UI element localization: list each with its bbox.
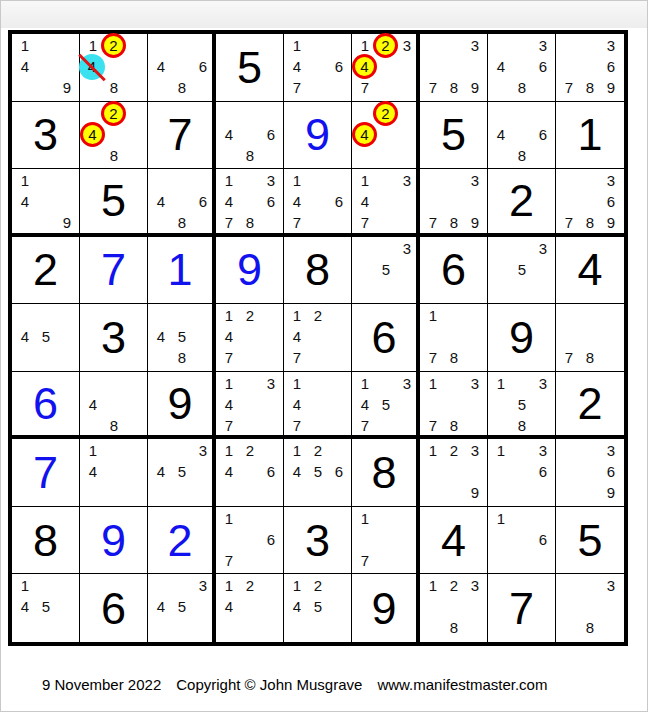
- pencil-mark: 8: [580, 213, 600, 233]
- given-digit: 2: [12, 237, 79, 304]
- pencil-mark: 5: [172, 597, 192, 617]
- pencil-mark: 1: [287, 171, 307, 191]
- pencil-mark: 4: [287, 57, 307, 77]
- cell-r5c9[interactable]: 78: [556, 304, 624, 372]
- cell-r2c6[interactable]: 24: [352, 102, 420, 170]
- entered-digit: 9: [80, 507, 147, 574]
- pencil-mark: 1: [83, 441, 103, 461]
- given-digit: 3: [80, 304, 147, 371]
- cell-r5c8[interactable]: 9: [488, 304, 556, 372]
- cell-r5c7[interactable]: 178: [420, 304, 488, 372]
- pencil-mark: 7: [423, 348, 443, 368]
- pencil-mark-highlighted: 2: [101, 101, 126, 126]
- given-digit: 1: [556, 102, 624, 169]
- pencil-mark: 5: [308, 597, 328, 617]
- pencil-mark: 9: [465, 213, 485, 233]
- pencil-mark: 5: [512, 260, 532, 280]
- pencil-mark: 6: [261, 192, 281, 212]
- pencil-mark: 9: [601, 213, 621, 233]
- pencil-mark: 9: [57, 213, 77, 233]
- pencil-mark: 6: [193, 192, 213, 212]
- cell-r4c1[interactable]: 2: [12, 237, 80, 305]
- given-digit: 9: [488, 304, 555, 371]
- cell-r4c8[interactable]: 35: [488, 237, 556, 305]
- pencil-mark: 4: [15, 597, 35, 617]
- pencil-mark: 6: [533, 462, 553, 482]
- cell-r5c3[interactable]: 458: [148, 304, 216, 372]
- pencil-mark: 1: [355, 374, 375, 394]
- pencil-mark: 1: [355, 36, 375, 56]
- pencil-mark: 1: [83, 36, 103, 56]
- pencil-mark: 4: [219, 462, 239, 482]
- given-digit: 3: [284, 507, 351, 574]
- pencil-mark: 7: [355, 213, 375, 233]
- pencil-mark: 7: [559, 78, 579, 98]
- footer-date: 9 November 2022: [42, 676, 161, 693]
- title-bar: [1, 1, 647, 28]
- given-digit: 6: [80, 574, 147, 642]
- cell-r9c9[interactable]: 38: [556, 574, 624, 642]
- pencil-mark: 4: [83, 395, 103, 415]
- pencil-mark: 3: [465, 171, 485, 191]
- cell-r4c3[interactable]: 1: [148, 237, 216, 305]
- footer-website: www.manifestmaster.com: [377, 676, 547, 693]
- pencil-mark: 8: [444, 78, 464, 98]
- pencil-mark: 9: [57, 78, 77, 98]
- pencil-mark: 8: [172, 213, 192, 233]
- pencil-mark: 8: [104, 416, 124, 436]
- pencil-mark: 8: [580, 618, 600, 638]
- cell-r6c6[interactable]: 13457: [352, 372, 420, 440]
- cell-r9c1[interactable]: 145: [12, 574, 80, 642]
- cell-r9c4[interactable]: 124: [216, 574, 284, 642]
- cell-r3c4[interactable]: 134678: [216, 169, 284, 237]
- pencil-mark: 7: [355, 78, 375, 98]
- given-digit: 4: [556, 237, 624, 304]
- cell-r1c8[interactable]: 3468: [488, 34, 556, 102]
- pencil-mark-highlighted: 2: [373, 33, 398, 58]
- pencil-mark: 2: [240, 441, 260, 461]
- pencil-mark: 3: [601, 441, 621, 461]
- pencil-mark: 8: [104, 146, 124, 166]
- pencil-mark: 1: [219, 509, 239, 529]
- cell-r6c8[interactable]: 1358: [488, 372, 556, 440]
- cell-r7c2[interactable]: 14: [80, 439, 148, 507]
- pencil-mark: 3: [397, 36, 417, 56]
- cell-r7c7[interactable]: 1239: [420, 439, 488, 507]
- cell-r2c8[interactable]: 468: [488, 102, 556, 170]
- pencil-mark: 4: [151, 192, 171, 212]
- sudoku-board: 1491248468514671234737893468367893248746…: [8, 30, 628, 646]
- pencil-mark: 3: [533, 441, 553, 461]
- pencil-mark: 4: [287, 462, 307, 482]
- given-digit: 9: [352, 574, 416, 642]
- pencil-mark: 3: [533, 239, 553, 259]
- cell-r8c5[interactable]: 3: [284, 507, 352, 575]
- given-digit: 5: [216, 34, 283, 101]
- pencil-mark: 4: [355, 192, 375, 212]
- pencil-mark: 6: [601, 462, 621, 482]
- pencil-mark: 7: [423, 78, 443, 98]
- cell-r8c8[interactable]: 16: [488, 507, 556, 575]
- cell-r1c9[interactable]: 36789: [556, 34, 624, 102]
- pencil-mark: 3: [397, 239, 417, 259]
- pencil-mark: 1: [287, 374, 307, 394]
- pencil-mark: 1: [423, 441, 443, 461]
- cell-r3c3[interactable]: 468: [148, 169, 216, 237]
- given-digit: 8: [284, 237, 351, 304]
- given-digit: 5: [556, 507, 624, 574]
- pencil-mark: 5: [172, 327, 192, 347]
- pencil-mark-eliminated: 4: [79, 54, 105, 80]
- cell-r5c1[interactable]: 45: [12, 304, 80, 372]
- pencil-mark: 4: [219, 192, 239, 212]
- pencil-mark: 7: [423, 416, 443, 436]
- cell-r7c8[interactable]: 136: [488, 439, 556, 507]
- entered-digit: 2: [148, 507, 212, 574]
- pencil-mark: 7: [287, 348, 307, 368]
- cell-r7c3[interactable]: 345: [148, 439, 216, 507]
- entered-digit: 6: [12, 372, 79, 436]
- pencil-mark: 6: [193, 57, 213, 77]
- cell-r2c1[interactable]: 3: [12, 102, 80, 170]
- cell-r8c3[interactable]: 2: [148, 507, 216, 575]
- pencil-mark: 2: [308, 441, 328, 461]
- entered-digit: 7: [80, 237, 147, 304]
- pencil-mark: 4: [219, 395, 239, 415]
- pencil-mark: 4: [491, 125, 511, 145]
- pencil-mark: 3: [601, 36, 621, 56]
- pencil-mark: 6: [261, 462, 281, 482]
- pencil-mark: 6: [329, 462, 349, 482]
- cell-r2c9[interactable]: 1: [556, 102, 624, 170]
- pencil-mark: 1: [287, 441, 307, 461]
- pencil-mark: 1: [287, 576, 307, 596]
- pencil-mark: 8: [240, 213, 260, 233]
- pencil-mark: 4: [15, 327, 35, 347]
- pencil-mark: 6: [261, 125, 281, 145]
- pencil-mark: 3: [261, 374, 281, 394]
- cell-r4c7[interactable]: 6: [420, 237, 488, 305]
- pencil-mark: 3: [533, 36, 553, 56]
- pencil-mark: 5: [376, 395, 396, 415]
- given-digit: 4: [420, 507, 487, 574]
- pencil-mark: 2: [308, 576, 328, 596]
- cell-r7c6[interactable]: 8: [352, 439, 420, 507]
- cell-r3c9[interactable]: 36789: [556, 169, 624, 237]
- cell-r9c6[interactable]: 9: [352, 574, 420, 642]
- footer: 9 November 2022 Copyright © John Musgrav…: [42, 676, 547, 693]
- pencil-mark: 1: [287, 36, 307, 56]
- pencil-mark: 1: [355, 171, 375, 191]
- given-digit: 9: [148, 372, 212, 436]
- cell-r1c2[interactable]: 1248: [80, 34, 148, 102]
- cell-r9c2[interactable]: 6: [80, 574, 148, 642]
- cell-r9c8[interactable]: 7: [488, 574, 556, 642]
- cell-r5c2[interactable]: 3: [80, 304, 148, 372]
- cell-r1c5[interactable]: 1467: [284, 34, 352, 102]
- pencil-mark: 8: [172, 348, 192, 368]
- pencil-mark: 7: [559, 348, 579, 368]
- pencil-mark: 6: [329, 57, 349, 77]
- pencil-mark: 9: [601, 483, 621, 503]
- cell-r4c2[interactable]: 7: [80, 237, 148, 305]
- pencil-mark: 1: [15, 171, 35, 191]
- cell-r5c4[interactable]: 1247: [216, 304, 284, 372]
- pencil-mark: 4: [287, 395, 307, 415]
- pencil-mark: 6: [533, 530, 553, 550]
- given-digit: 5: [420, 102, 487, 169]
- cell-r3c2[interactable]: 5: [80, 169, 148, 237]
- pencil-mark: 8: [444, 213, 464, 233]
- pencil-mark: 7: [287, 416, 307, 436]
- entered-digit: 9: [216, 237, 283, 304]
- pencil-mark: 1: [219, 306, 239, 326]
- cell-r3c6[interactable]: 1347: [352, 169, 420, 237]
- pencil-mark: 1: [219, 171, 239, 191]
- cell-r8c9[interactable]: 5: [556, 507, 624, 575]
- given-digit: 8: [12, 507, 79, 574]
- cell-r4c5[interactable]: 8: [284, 237, 352, 305]
- pencil-mark: 1: [219, 374, 239, 394]
- pencil-mark: 8: [240, 146, 260, 166]
- pencil-mark: 9: [465, 483, 485, 503]
- pencil-mark: 8: [512, 146, 532, 166]
- pencil-mark: 4: [355, 395, 375, 415]
- pencil-mark: 4: [151, 327, 171, 347]
- pencil-mark: 3: [465, 441, 485, 461]
- cell-r8c4[interactable]: 167: [216, 507, 284, 575]
- given-digit: 6: [420, 237, 487, 304]
- pencil-mark: 3: [193, 441, 213, 461]
- given-digit: 2: [556, 372, 624, 436]
- given-digit: 3: [12, 102, 79, 169]
- page: 1491248468514671234737893468367893248746…: [0, 0, 650, 720]
- cell-r6c9[interactable]: 2: [556, 372, 624, 440]
- pencil-mark: 2: [240, 576, 260, 596]
- cell-r3c8[interactable]: 2: [488, 169, 556, 237]
- pencil-mark: 8: [444, 416, 464, 436]
- pencil-mark: 8: [512, 78, 532, 98]
- pencil-mark: 1: [15, 36, 35, 56]
- footer-copyright: Copyright © John Musgrave: [176, 676, 362, 693]
- cell-r2c2[interactable]: 248: [80, 102, 148, 170]
- cell-r9c5[interactable]: 1245: [284, 574, 352, 642]
- pencil-mark: 3: [465, 374, 485, 394]
- pencil-mark-highlighted: 4: [352, 122, 377, 147]
- pencil-mark: 5: [308, 462, 328, 482]
- pencil-mark: 2: [240, 306, 260, 326]
- cell-r7c5[interactable]: 12456: [284, 439, 352, 507]
- cell-r4c6[interactable]: 35: [352, 237, 420, 305]
- cell-r1c7[interactable]: 3789: [420, 34, 488, 102]
- pencil-mark: 6: [533, 57, 553, 77]
- pencil-mark: 1: [423, 374, 443, 394]
- cell-r2c5[interactable]: 9: [284, 102, 352, 170]
- pencil-mark: 4: [219, 125, 239, 145]
- cell-r5c5[interactable]: 1247: [284, 304, 352, 372]
- cell-r6c4[interactable]: 1347: [216, 372, 284, 440]
- pencil-mark: 3: [397, 171, 417, 191]
- pencil-mark: 9: [601, 78, 621, 98]
- pencil-mark: 6: [261, 530, 281, 550]
- pencil-mark: 1: [15, 576, 35, 596]
- pencil-mark: 4: [287, 597, 307, 617]
- pencil-mark: 5: [36, 597, 56, 617]
- pencil-mark: 6: [601, 192, 621, 212]
- pencil-mark: 2: [308, 306, 328, 326]
- cell-r7c4[interactable]: 1246: [216, 439, 284, 507]
- pencil-mark: 1: [491, 509, 511, 529]
- pencil-mark: 4: [83, 462, 103, 482]
- pencil-mark: 3: [397, 374, 417, 394]
- pencil-mark-highlighted: 2: [373, 101, 398, 126]
- cell-r6c3[interactable]: 9: [148, 372, 216, 440]
- pencil-mark: 8: [172, 78, 192, 98]
- pencil-mark: 5: [376, 260, 396, 280]
- pencil-mark: 8: [580, 78, 600, 98]
- pencil-mark: 9: [465, 78, 485, 98]
- pencil-mark: 4: [15, 192, 35, 212]
- given-digit: 7: [488, 574, 555, 642]
- pencil-mark: 2: [444, 441, 464, 461]
- pencil-mark: 7: [287, 213, 307, 233]
- cell-r6c2[interactable]: 48: [80, 372, 148, 440]
- cell-r1c3[interactable]: 468: [148, 34, 216, 102]
- pencil-mark: 4: [15, 57, 35, 77]
- pencil-mark: 3: [601, 576, 621, 596]
- pencil-mark: 4: [151, 462, 171, 482]
- cell-r7c1[interactable]: 7: [12, 439, 80, 507]
- pencil-mark: 3: [261, 171, 281, 191]
- given-digit: 5: [80, 169, 147, 233]
- pencil-mark: 4: [287, 192, 307, 212]
- pencil-mark: 2: [444, 576, 464, 596]
- pencil-mark: 5: [36, 327, 56, 347]
- pencil-mark: 7: [219, 551, 239, 571]
- pencil-mark: 4: [491, 57, 511, 77]
- pencil-mark: 8: [104, 78, 124, 98]
- pencil-mark: 6: [533, 125, 553, 145]
- pencil-mark: 5: [172, 462, 192, 482]
- given-digit: 7: [148, 102, 212, 169]
- pencil-mark: 7: [559, 213, 579, 233]
- pencil-mark: 7: [219, 348, 239, 368]
- entered-digit: 7: [12, 439, 79, 506]
- pencil-mark: 1: [219, 576, 239, 596]
- pencil-mark: 1: [423, 576, 443, 596]
- entered-digit: 9: [284, 102, 351, 169]
- pencil-mark: 8: [444, 348, 464, 368]
- pencil-mark: 3: [601, 171, 621, 191]
- cell-r9c3[interactable]: 345: [148, 574, 216, 642]
- cell-r6c1[interactable]: 6: [12, 372, 80, 440]
- cell-r1c6[interactable]: 12347: [352, 34, 420, 102]
- cell-r8c1[interactable]: 8: [12, 507, 80, 575]
- pencil-mark-highlighted: 2: [101, 33, 126, 58]
- cell-r8c7[interactable]: 4: [420, 507, 488, 575]
- cell-r9c7[interactable]: 1238: [420, 574, 488, 642]
- pencil-mark: 8: [580, 348, 600, 368]
- cell-r6c5[interactable]: 147: [284, 372, 352, 440]
- pencil-mark: 8: [512, 416, 532, 436]
- pencil-mark: 3: [533, 374, 553, 394]
- cell-r3c5[interactable]: 1467: [284, 169, 352, 237]
- pencil-mark: 7: [355, 416, 375, 436]
- cell-r8c6[interactable]: 17: [352, 507, 420, 575]
- cell-r4c9[interactable]: 4: [556, 237, 624, 305]
- pencil-mark: 3: [193, 576, 213, 596]
- entered-digit: 1: [148, 237, 212, 304]
- pencil-mark: 6: [601, 57, 621, 77]
- pencil-mark: 4: [287, 327, 307, 347]
- given-digit: 2: [488, 169, 555, 233]
- cell-r8c2[interactable]: 9: [80, 507, 148, 575]
- cell-r2c3[interactable]: 7: [148, 102, 216, 170]
- cell-r3c7[interactable]: 3789: [420, 169, 488, 237]
- cell-r4c4[interactable]: 9: [216, 237, 284, 305]
- pencil-mark: 4: [219, 597, 239, 617]
- pencil-mark: 8: [444, 618, 464, 638]
- pencil-mark: 7: [355, 551, 375, 571]
- pencil-mark: 1: [423, 306, 443, 326]
- cell-r6c7[interactable]: 1378: [420, 372, 488, 440]
- pencil-mark: 6: [329, 192, 349, 212]
- pencil-mark: 1: [491, 374, 511, 394]
- pencil-mark: 1: [219, 441, 239, 461]
- pencil-mark: 4: [151, 57, 171, 77]
- pencil-mark-highlighted: 4: [80, 122, 105, 147]
- pencil-mark: 7: [287, 78, 307, 98]
- cell-r2c4[interactable]: 468: [216, 102, 284, 170]
- pencil-mark: 7: [219, 416, 239, 436]
- cell-r3c1[interactable]: 149: [12, 169, 80, 237]
- cell-r7c9[interactable]: 369: [556, 439, 624, 507]
- given-digit: 8: [352, 439, 416, 506]
- pencil-mark: 5: [512, 395, 532, 415]
- cell-r1c4[interactable]: 5: [216, 34, 284, 102]
- pencil-mark: 1: [287, 306, 307, 326]
- given-digit: 6: [352, 304, 416, 371]
- pencil-mark: 4: [151, 597, 171, 617]
- cell-r1c1[interactable]: 149: [12, 34, 80, 102]
- cell-r2c7[interactable]: 5: [420, 102, 488, 170]
- pencil-mark: 4: [219, 327, 239, 347]
- pencil-mark: 1: [355, 509, 375, 529]
- pencil-mark: 7: [219, 213, 239, 233]
- strike-line: [78, 53, 106, 81]
- cell-r5c6[interactable]: 6: [352, 304, 420, 372]
- pencil-mark: 1: [491, 441, 511, 461]
- pencil-mark: 3: [465, 36, 485, 56]
- pencil-mark: 3: [465, 576, 485, 596]
- pencil-mark: 7: [423, 213, 443, 233]
- pencil-mark-highlighted: 4: [352, 54, 377, 79]
